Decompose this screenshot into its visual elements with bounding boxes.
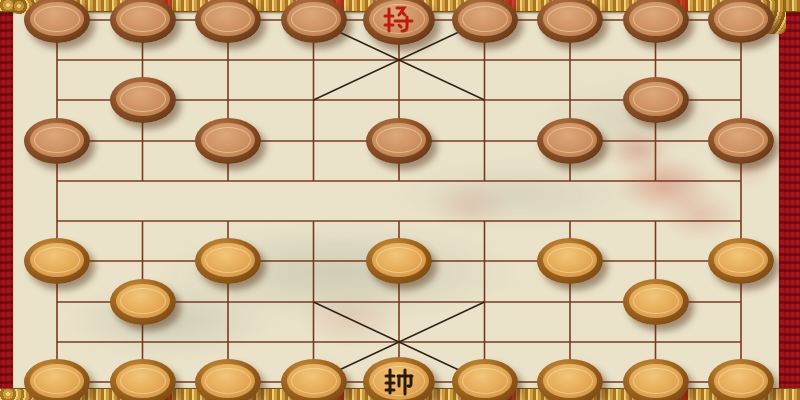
piece-red-hidden[interactable] (623, 279, 689, 325)
piece-face (201, 243, 255, 277)
piece-black-hidden[interactable] (537, 0, 603, 43)
piece-face (30, 123, 84, 157)
piece-face (543, 123, 597, 157)
piece-face (30, 2, 84, 36)
piece-face (714, 123, 768, 157)
piece-face (372, 243, 426, 277)
piece-black-hidden[interactable] (623, 77, 689, 123)
piece-face (629, 82, 683, 116)
piece-face (116, 364, 170, 398)
piece-black-hidden[interactable] (195, 0, 261, 43)
piece-black-hidden[interactable] (24, 0, 90, 43)
piece-face (629, 284, 683, 318)
piece-face (714, 364, 768, 398)
xiangqi-app-window: 將 帥 (0, 0, 800, 400)
piece-face (629, 2, 683, 36)
piece-red-hidden[interactable] (281, 359, 347, 400)
piece-black-hidden[interactable] (537, 118, 603, 164)
piece-red-hidden[interactable] (537, 238, 603, 284)
piece-face (287, 2, 341, 36)
piece-red-hidden[interactable] (708, 238, 774, 284)
piece-black-hidden[interactable] (452, 0, 518, 43)
black-general-glyph (383, 4, 415, 36)
piece-red-hidden[interactable] (452, 359, 518, 400)
piece-red-hidden[interactable] (623, 359, 689, 400)
piece-face (458, 364, 512, 398)
piece-face (116, 82, 170, 116)
piece-black-hidden[interactable] (366, 118, 432, 164)
piece-face (543, 364, 597, 398)
piece-black-hidden[interactable] (195, 118, 261, 164)
piece-red-hidden[interactable] (195, 238, 261, 284)
piece-face (30, 364, 84, 398)
piece-face (543, 243, 597, 277)
piece-red-hidden[interactable] (24, 359, 90, 400)
piece-red-hidden[interactable] (110, 359, 176, 400)
piece-face (201, 123, 255, 157)
piece-face (201, 2, 255, 36)
piece-face (372, 123, 426, 157)
piece-face (714, 243, 768, 277)
piece-red-general[interactable]: 帥 (363, 357, 435, 400)
piece-red-hidden[interactable] (195, 359, 261, 400)
piece-face (287, 364, 341, 398)
piece-face (201, 364, 255, 398)
piece-black-hidden[interactable] (110, 0, 176, 43)
piece-red-hidden[interactable] (110, 279, 176, 325)
piece-black-hidden[interactable] (708, 118, 774, 164)
piece-red-hidden[interactable] (366, 238, 432, 284)
piece-black-hidden[interactable] (708, 0, 774, 43)
piece-red-hidden[interactable] (24, 238, 90, 284)
piece-face (629, 364, 683, 398)
piece-black-hidden[interactable] (110, 77, 176, 123)
piece-black-hidden[interactable] (281, 0, 347, 43)
piece-face (714, 2, 768, 36)
piece-red-hidden[interactable] (708, 359, 774, 400)
piece-face (116, 284, 170, 318)
piece-red-hidden[interactable] (537, 359, 603, 400)
xiangqi-board[interactable]: 將 帥 (0, 0, 800, 400)
red-general-glyph (383, 366, 415, 398)
piece-black-hidden[interactable] (623, 0, 689, 43)
piece-face (543, 2, 597, 36)
piece-face (116, 2, 170, 36)
piece-face (30, 243, 84, 277)
piece-black-general[interactable]: 將 (363, 0, 435, 45)
piece-black-hidden[interactable] (24, 118, 90, 164)
piece-face (458, 2, 512, 36)
